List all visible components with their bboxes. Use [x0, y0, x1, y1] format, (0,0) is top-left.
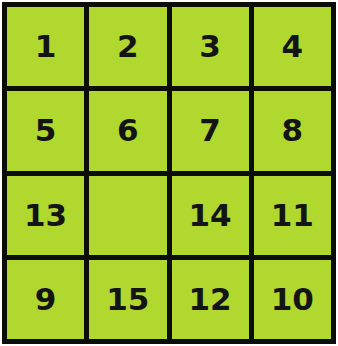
fifteen-puzzle-board: 123456781314119151210 — [2, 2, 336, 344]
tile-14[interactable]: 14 — [172, 176, 249, 255]
tile-13[interactable]: 13 — [7, 176, 84, 255]
tile-15[interactable]: 15 — [89, 260, 166, 339]
tile-4[interactable]: 4 — [254, 7, 331, 86]
tile-2[interactable]: 2 — [89, 7, 166, 86]
tile-3[interactable]: 3 — [172, 7, 249, 86]
tile-5[interactable]: 5 — [7, 91, 84, 170]
tile-12[interactable]: 12 — [172, 260, 249, 339]
tile-10[interactable]: 10 — [254, 260, 331, 339]
tile-9[interactable]: 9 — [7, 260, 84, 339]
tile-6[interactable]: 6 — [89, 91, 166, 170]
empty-slot — [89, 176, 166, 255]
tile-7[interactable]: 7 — [172, 91, 249, 170]
tile-8[interactable]: 8 — [254, 91, 331, 170]
tile-1[interactable]: 1 — [7, 7, 84, 86]
tile-11[interactable]: 11 — [254, 176, 331, 255]
puzzle-stage: 123456781314119151210 — [0, 0, 338, 346]
